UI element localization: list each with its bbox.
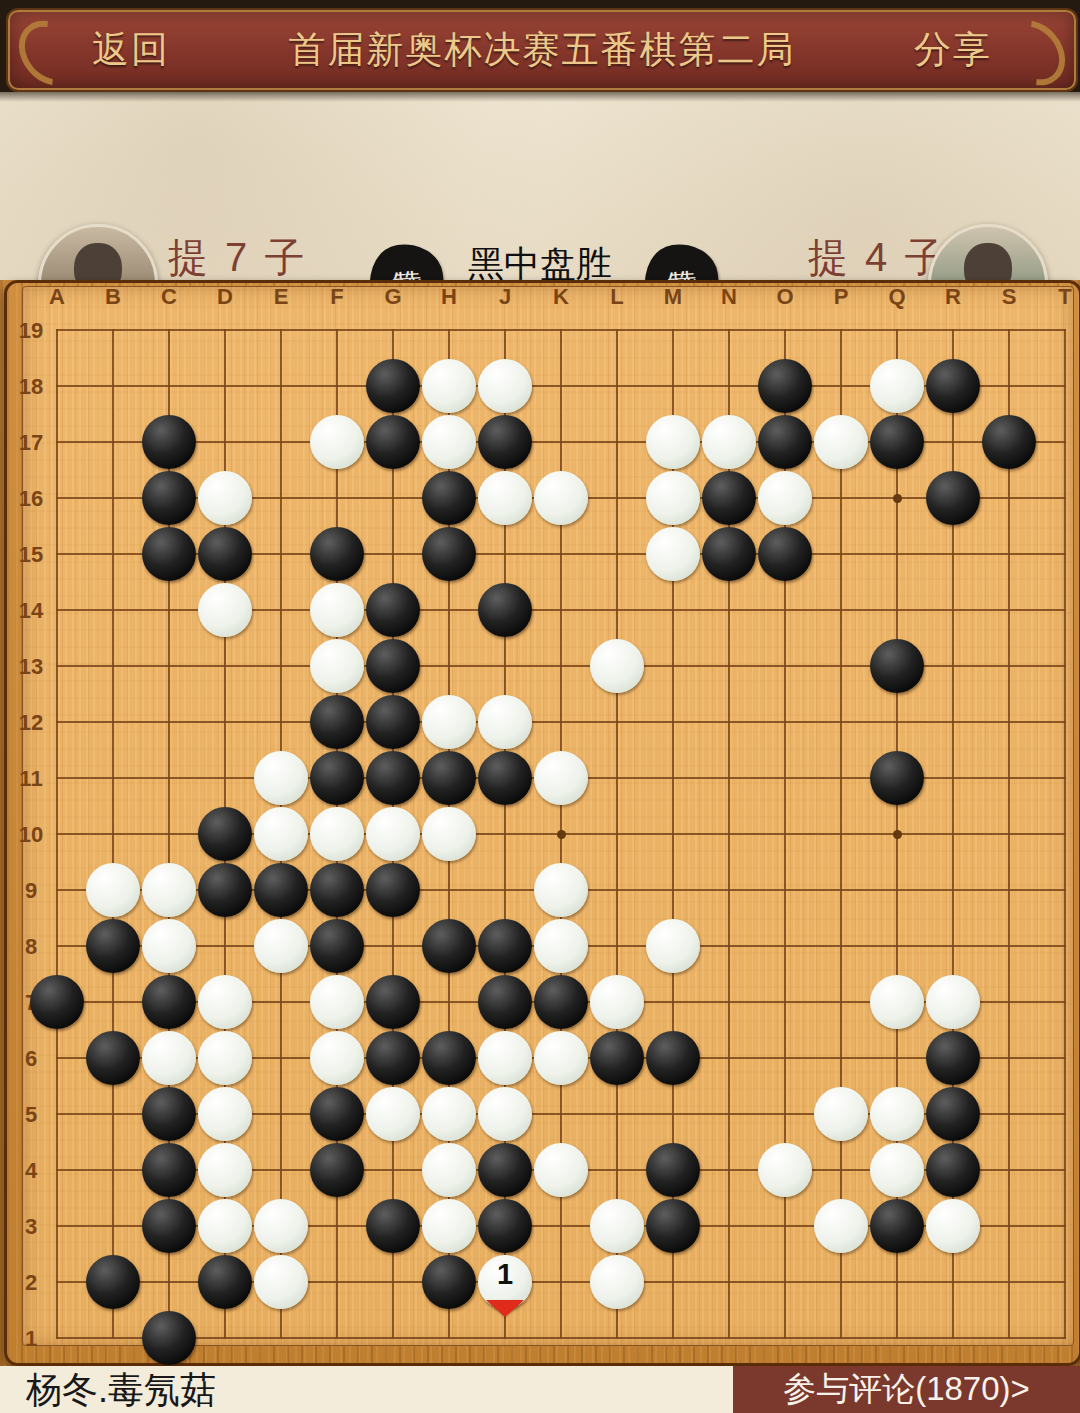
stone-white xyxy=(254,807,308,861)
column-label: R xyxy=(939,284,967,310)
white-captures-label: 提 4 子 xyxy=(808,230,947,285)
row-label: 19 xyxy=(16,318,46,344)
column-label: A xyxy=(43,284,71,310)
stone-black xyxy=(422,471,476,525)
stone-black xyxy=(310,1087,364,1141)
stone-black xyxy=(366,1199,420,1253)
stone-white xyxy=(142,919,196,973)
column-label: G xyxy=(379,284,407,310)
stone-black xyxy=(926,1087,980,1141)
stone-black xyxy=(366,695,420,749)
stone-white xyxy=(478,1031,532,1085)
stone-black xyxy=(30,975,84,1029)
commentator-name: 杨冬.毒氖菇 xyxy=(26,1365,216,1413)
stone-white xyxy=(702,415,756,469)
stone-white xyxy=(590,1199,644,1253)
stone-black xyxy=(86,1031,140,1085)
stone-black xyxy=(142,1199,196,1253)
stone-black xyxy=(142,1311,196,1365)
column-label: H xyxy=(435,284,463,310)
stone-black xyxy=(590,1031,644,1085)
stone-black xyxy=(366,975,420,1029)
stone-black xyxy=(478,975,532,1029)
stone-white xyxy=(422,807,476,861)
stone-black xyxy=(310,527,364,581)
join-comments-label: 参与评论(1870)> xyxy=(783,1367,1030,1412)
stone-white xyxy=(870,975,924,1029)
stone-black xyxy=(198,527,252,581)
stone-black xyxy=(422,751,476,805)
stone-white xyxy=(254,1255,308,1309)
stone-white xyxy=(870,1143,924,1197)
stone-black xyxy=(646,1031,700,1085)
column-label: Q xyxy=(883,284,911,310)
row-label: 11 xyxy=(16,766,46,792)
stone-white xyxy=(534,1143,588,1197)
stone-white xyxy=(534,1031,588,1085)
stone-black xyxy=(646,1199,700,1253)
stone-black xyxy=(870,639,924,693)
row-label: 5 xyxy=(16,1102,46,1128)
stone-black xyxy=(86,919,140,973)
stone-white xyxy=(366,807,420,861)
go-board[interactable]: ABCDEFGHJKLMNOPQRST191817161514131211109… xyxy=(0,280,1080,1366)
stone-white xyxy=(198,1087,252,1141)
stone-white xyxy=(86,863,140,917)
column-label: T xyxy=(1051,284,1079,310)
stone-white xyxy=(478,695,532,749)
column-label: C xyxy=(155,284,183,310)
stone-white xyxy=(646,527,700,581)
row-label: 12 xyxy=(16,710,46,736)
stone-white xyxy=(478,359,532,413)
stone-black xyxy=(926,1031,980,1085)
stone-white xyxy=(310,975,364,1029)
column-label: D xyxy=(211,284,239,310)
stone-black xyxy=(926,359,980,413)
column-label: O xyxy=(771,284,799,310)
grid-line-horizontal xyxy=(56,1337,1066,1339)
stone-black xyxy=(198,863,252,917)
stone-black xyxy=(422,1031,476,1085)
stone-white xyxy=(926,1199,980,1253)
stone-black xyxy=(310,1143,364,1197)
stone-black xyxy=(534,975,588,1029)
share-button[interactable]: 分享 xyxy=(914,25,992,75)
stone-white xyxy=(534,919,588,973)
column-label: S xyxy=(995,284,1023,310)
stone-white xyxy=(254,919,308,973)
stone-black xyxy=(310,695,364,749)
column-label: J xyxy=(491,284,519,310)
row-label: 1 xyxy=(16,1326,46,1352)
column-label: M xyxy=(659,284,687,310)
row-label: 18 xyxy=(16,374,46,400)
stone-black xyxy=(366,1031,420,1085)
stone-black xyxy=(366,863,420,917)
title-bar: 返回 首届新奥杯决赛五番棋第二局 分享 xyxy=(8,10,1076,90)
stone-black xyxy=(702,527,756,581)
top-grunge-strip: 返回 首届新奥杯决赛五番棋第二局 分享 xyxy=(0,0,1080,100)
last-move-triangle-icon xyxy=(486,1300,524,1317)
stone-white xyxy=(422,695,476,749)
stone-black xyxy=(366,639,420,693)
row-label: 8 xyxy=(16,934,46,960)
row-label: 3 xyxy=(16,1214,46,1240)
row-label: 15 xyxy=(16,542,46,568)
stone-white xyxy=(926,975,980,1029)
app-screen: 返回 首届新奥杯决赛五番棋第二局 分享 提 7 子 柯洁 赞 黑中盘胜 143手… xyxy=(0,0,1080,1413)
stone-black xyxy=(254,863,308,917)
stone-white xyxy=(534,863,588,917)
stone-black xyxy=(478,1199,532,1253)
stone-black xyxy=(870,415,924,469)
stone-black xyxy=(478,583,532,637)
stone-black xyxy=(142,415,196,469)
stone-black xyxy=(982,415,1036,469)
stone-white xyxy=(422,1143,476,1197)
column-label: E xyxy=(267,284,295,310)
star-point xyxy=(893,494,902,503)
star-point xyxy=(557,830,566,839)
stone-black xyxy=(422,527,476,581)
stone-black xyxy=(926,471,980,525)
last-move-number: 1 xyxy=(478,1258,532,1291)
stone-white xyxy=(590,1255,644,1309)
stone-black xyxy=(366,751,420,805)
stone-black xyxy=(478,919,532,973)
stone-white xyxy=(310,807,364,861)
stone-white xyxy=(814,415,868,469)
stone-white xyxy=(870,359,924,413)
stone-white xyxy=(198,975,252,1029)
column-label: B xyxy=(99,284,127,310)
stone-black xyxy=(142,471,196,525)
stone-white xyxy=(310,639,364,693)
stone-white xyxy=(422,1199,476,1253)
stone-white xyxy=(646,471,700,525)
stone-white xyxy=(814,1199,868,1253)
stone-white xyxy=(478,1087,532,1141)
stone-black xyxy=(478,415,532,469)
footer-bar: 杨冬.毒氖菇 参与评论(1870)> xyxy=(0,1366,1080,1413)
stone-black xyxy=(310,863,364,917)
stone-white xyxy=(534,471,588,525)
stone-black xyxy=(366,415,420,469)
stone-black xyxy=(142,975,196,1029)
stone-black xyxy=(758,415,812,469)
stone-white xyxy=(198,583,252,637)
column-label: L xyxy=(603,284,631,310)
grid-line-vertical xyxy=(616,329,618,1339)
stone-white xyxy=(198,471,252,525)
row-label: 2 xyxy=(16,1270,46,1296)
stone-white xyxy=(422,359,476,413)
stone-white xyxy=(814,1087,868,1141)
stone-black xyxy=(142,1143,196,1197)
stone-white xyxy=(646,919,700,973)
stone-white xyxy=(758,471,812,525)
stone-black xyxy=(758,527,812,581)
stone-black xyxy=(198,1255,252,1309)
stone-black xyxy=(142,527,196,581)
column-label: P xyxy=(827,284,855,310)
back-button[interactable]: 返回 xyxy=(92,25,170,75)
column-label: F xyxy=(323,284,351,310)
stone-black xyxy=(422,1255,476,1309)
stone-black xyxy=(870,751,924,805)
stone-white xyxy=(310,1031,364,1085)
stone-black xyxy=(310,919,364,973)
stone-white xyxy=(590,975,644,1029)
scroll-curl-icon xyxy=(990,8,1078,98)
join-comments-button[interactable]: 参与评论(1870)> xyxy=(733,1366,1080,1413)
last-move-stone: 1 xyxy=(478,1255,532,1309)
stone-white xyxy=(870,1087,924,1141)
stone-white xyxy=(590,639,644,693)
stone-white xyxy=(310,583,364,637)
stone-black xyxy=(478,751,532,805)
stone-white xyxy=(142,863,196,917)
stone-white xyxy=(534,751,588,805)
grid-line-vertical xyxy=(840,329,842,1339)
row-label: 17 xyxy=(16,430,46,456)
black-captures-label: 提 7 子 xyxy=(168,230,307,285)
stone-white xyxy=(478,471,532,525)
stone-white xyxy=(366,1087,420,1141)
row-label: 13 xyxy=(16,654,46,680)
stone-black xyxy=(366,583,420,637)
stone-black xyxy=(142,1087,196,1141)
row-label: 9 xyxy=(16,878,46,904)
stone-white xyxy=(198,1031,252,1085)
stone-black xyxy=(870,1199,924,1253)
grid-line-vertical xyxy=(1008,329,1010,1339)
stone-white xyxy=(198,1143,252,1197)
page-title: 首届新奥杯决赛五番棋第二局 xyxy=(289,25,796,75)
stone-black xyxy=(478,1143,532,1197)
column-label: K xyxy=(547,284,575,310)
stone-black xyxy=(366,359,420,413)
stone-black xyxy=(702,471,756,525)
scroll-curl-icon xyxy=(6,8,94,98)
stone-white xyxy=(758,1143,812,1197)
stone-black xyxy=(758,359,812,413)
stone-black xyxy=(926,1143,980,1197)
stone-black xyxy=(86,1255,140,1309)
stone-white xyxy=(422,1087,476,1141)
stone-white xyxy=(422,415,476,469)
row-label: 10 xyxy=(16,822,46,848)
stone-black xyxy=(422,919,476,973)
stone-white xyxy=(310,415,364,469)
row-label: 4 xyxy=(16,1158,46,1184)
row-label: 14 xyxy=(16,598,46,624)
stone-black xyxy=(310,751,364,805)
row-label: 16 xyxy=(16,486,46,512)
stone-white xyxy=(254,1199,308,1253)
stone-white xyxy=(198,1199,252,1253)
stone-white xyxy=(254,751,308,805)
players-panel: 提 7 子 柯洁 赞 黑中盘胜 143手/277 赞 提 4 子 彭立峣 xyxy=(0,92,1080,280)
stone-white xyxy=(646,415,700,469)
stone-white xyxy=(142,1031,196,1085)
star-point xyxy=(893,830,902,839)
stone-black xyxy=(198,807,252,861)
stone-black xyxy=(646,1143,700,1197)
grid-line-vertical xyxy=(1064,329,1066,1339)
row-label: 6 xyxy=(16,1046,46,1072)
column-label: N xyxy=(715,284,743,310)
